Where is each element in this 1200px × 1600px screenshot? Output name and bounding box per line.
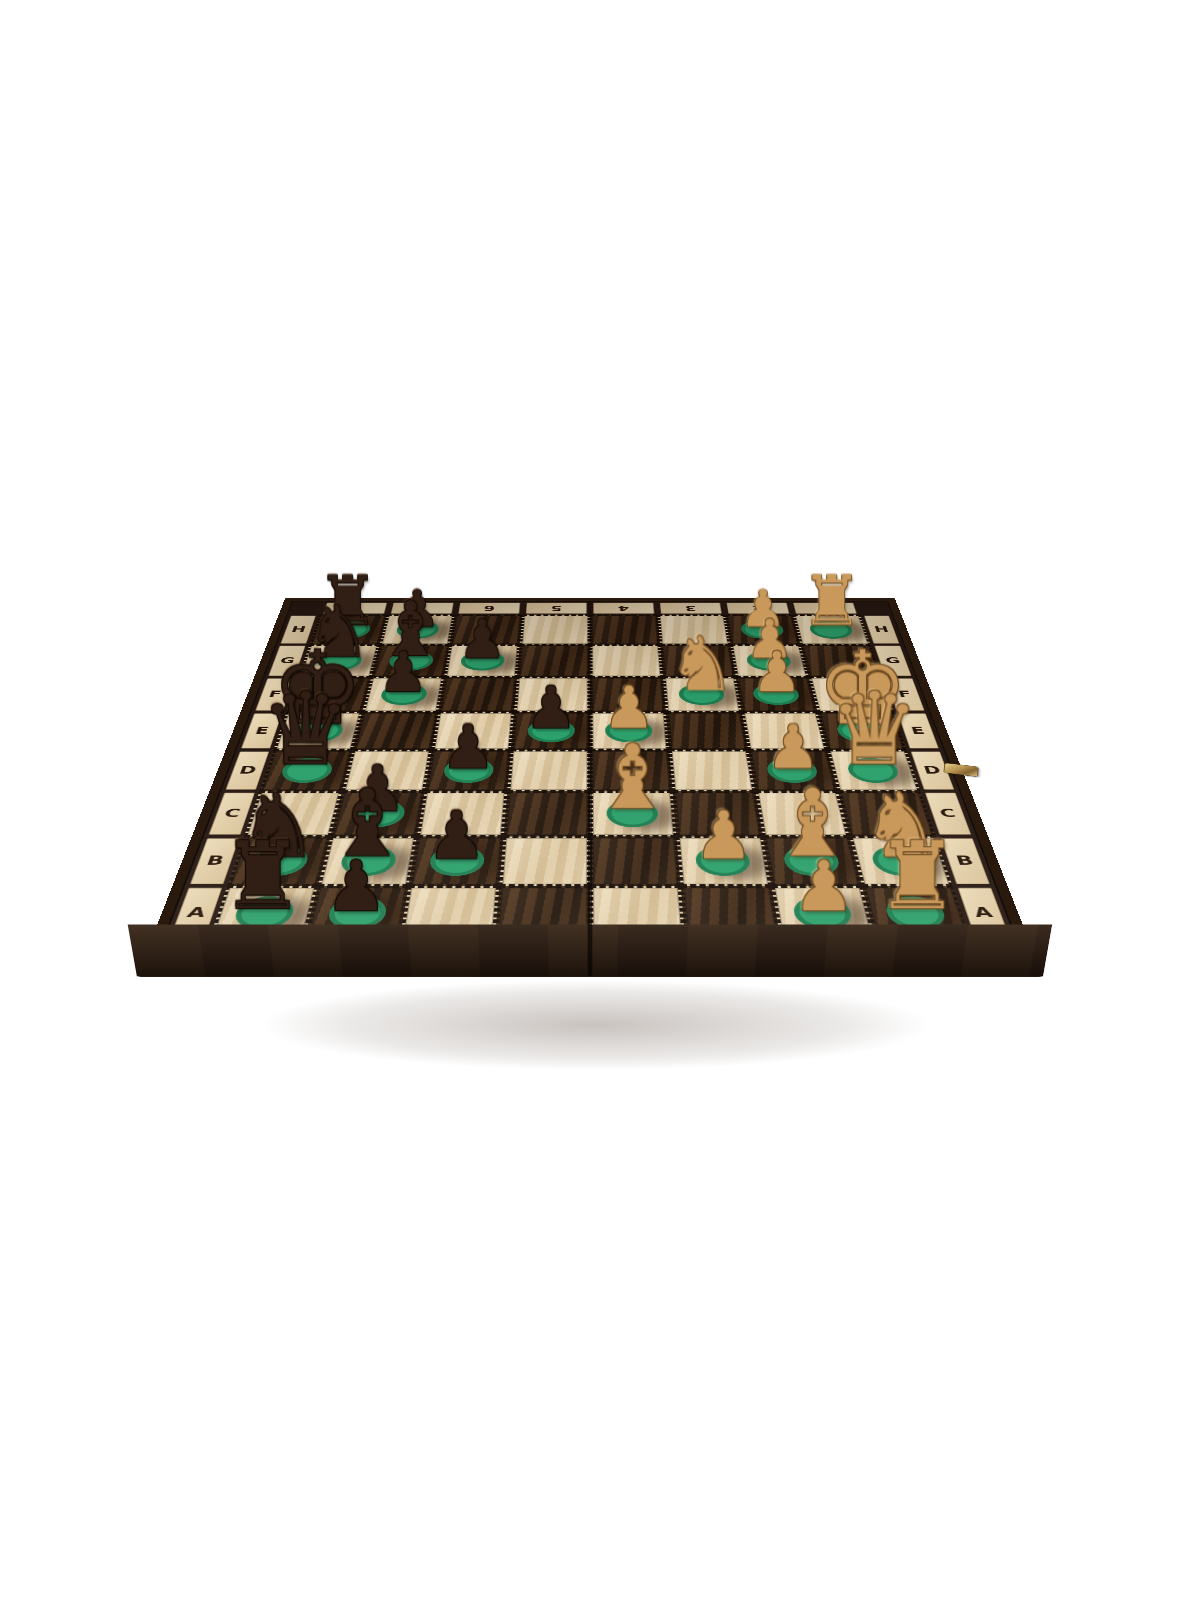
piece-black-pawn-b6[interactable]: ♟	[427, 806, 486, 867]
box-front-side	[128, 925, 1053, 977]
square-e5[interactable]: ♟	[511, 712, 590, 750]
square-d3[interactable]	[669, 750, 755, 791]
rank-label-text: 5	[526, 603, 587, 614]
square-b4[interactable]	[590, 836, 681, 886]
square-b5[interactable]	[499, 836, 590, 886]
square-b6[interactable]: ♟	[409, 836, 504, 886]
piece-black-pawn-a7[interactable]: ♟	[325, 855, 387, 919]
piece-black-pawn-g6[interactable]: ♟	[458, 615, 506, 664]
fold-seam-front	[588, 925, 593, 977]
square-f3[interactable]: ♞	[663, 677, 742, 712]
photo-stage: 87654321H♜♟♟♜HG♞♝♟♟GF♟♞♟FE♚♟♟♚ED♛♟♟♛DC♟♝…	[0, 0, 1200, 1600]
square-c5[interactable]	[504, 791, 590, 836]
far-rank-label-4: 4	[590, 602, 658, 615]
piece-white-pawn-a2[interactable]: ♟	[793, 855, 855, 919]
square-h5[interactable]	[520, 615, 590, 645]
rank-label-text: 4	[593, 603, 654, 614]
square-f6[interactable]	[438, 677, 517, 712]
square-f2[interactable]: ♟	[736, 677, 818, 712]
piece-black-pawn-f7[interactable]: ♟	[378, 647, 428, 698]
piece-white-bishop-c4[interactable]: ♝	[593, 737, 673, 819]
piece-white-pawn-d2[interactable]: ♟	[766, 719, 820, 775]
square-c4[interactable]: ♝	[590, 791, 676, 836]
piece-white-queen-d1[interactable]: ♛	[829, 683, 919, 775]
far-rank-label-5: 5	[522, 602, 590, 615]
piece-black-queen-d8[interactable]: ♛	[261, 683, 351, 775]
far-rank-label-3: 3	[656, 602, 725, 615]
chess-box-board: 87654321H♜♟♟♜HG♞♝♟♟GF♟♞♟FE♚♟♟♚ED♛♟♟♛DC♟♝…	[137, 598, 1043, 977]
square-d5[interactable]	[507, 750, 590, 791]
piece-black-pawn-e5[interactable]: ♟	[525, 682, 577, 735]
piece-white-pawn-b3[interactable]: ♟	[694, 806, 753, 867]
piece-black-rook-a8[interactable]: ♜	[221, 833, 305, 919]
square-g5[interactable]	[517, 645, 590, 677]
square-g6[interactable]: ♟	[444, 645, 520, 677]
square-g4[interactable]	[590, 645, 663, 677]
square-h4[interactable]	[590, 615, 660, 645]
rank-label-text: 3	[660, 603, 722, 614]
piece-white-pawn-f2[interactable]: ♟	[752, 647, 802, 698]
square-f7[interactable]: ♟	[362, 677, 444, 712]
piece-white-rook-a1[interactable]: ♜	[875, 833, 959, 919]
square-b3[interactable]: ♟	[676, 836, 771, 886]
square-d6[interactable]: ♟	[425, 750, 511, 791]
piece-white-rook-h1[interactable]: ♜	[801, 569, 863, 633]
piece-white-knight-f3[interactable]: ♞	[669, 630, 736, 699]
perspective-wrapper: 87654321H♜♟♟♜HG♞♝♟♟GF♟♞♟FE♚♟♟♚ED♛♟♟♛DC♟♝…	[226, 386, 955, 1115]
square-e7[interactable]	[353, 712, 439, 750]
square-e3[interactable]	[666, 712, 748, 750]
piece-black-pawn-d6[interactable]: ♟	[441, 719, 495, 775]
